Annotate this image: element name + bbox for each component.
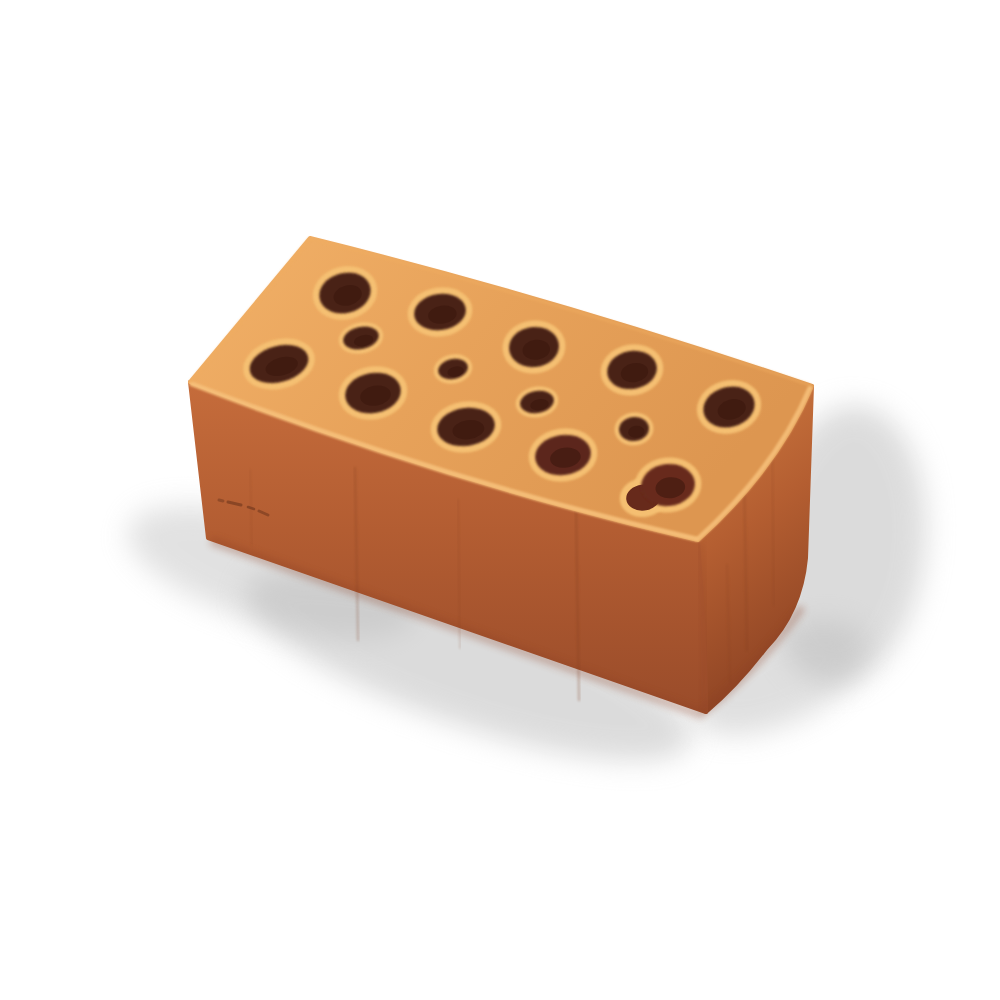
brick-photo xyxy=(0,0,1000,1000)
kiln-mark xyxy=(219,500,223,501)
photo-canvas xyxy=(0,0,1000,1000)
